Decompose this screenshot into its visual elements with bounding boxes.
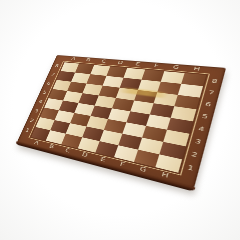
file-label-h: H: [185, 66, 208, 74]
file-label-g: G: [165, 64, 187, 72]
file-label-e: E: [128, 61, 148, 68]
rank-label-3: 3: [189, 134, 206, 149]
board-frame: ABCDEFGH ABCDEFGH 87654321 87654321: [17, 55, 226, 188]
file-label-b: B: [79, 57, 96, 63]
file-label-f: F: [146, 62, 167, 69]
file-label-d: D: [111, 60, 130, 67]
rank-label-7: 7: [203, 87, 220, 100]
photo-background: ABCDEFGH ABCDEFGH 87654321 87654321: [0, 0, 240, 240]
rank-label-2: 2: [185, 147, 202, 163]
rank-label-1: 1: [182, 160, 200, 177]
rank-label-6: 6: [200, 98, 217, 112]
rank-label-8: 8: [206, 75, 222, 88]
rank-label-5: 5: [196, 110, 213, 124]
file-label-c: C: [95, 59, 113, 66]
board-shadow: ABCDEFGH ABCDEFGH 87654321 87654321: [0, 0, 240, 240]
file-label-a: A: [65, 56, 82, 62]
rank-label-4: 4: [193, 122, 210, 137]
chessboard: ABCDEFGH ABCDEFGH 87654321 87654321: [17, 55, 226, 188]
board-field: [31, 62, 206, 172]
